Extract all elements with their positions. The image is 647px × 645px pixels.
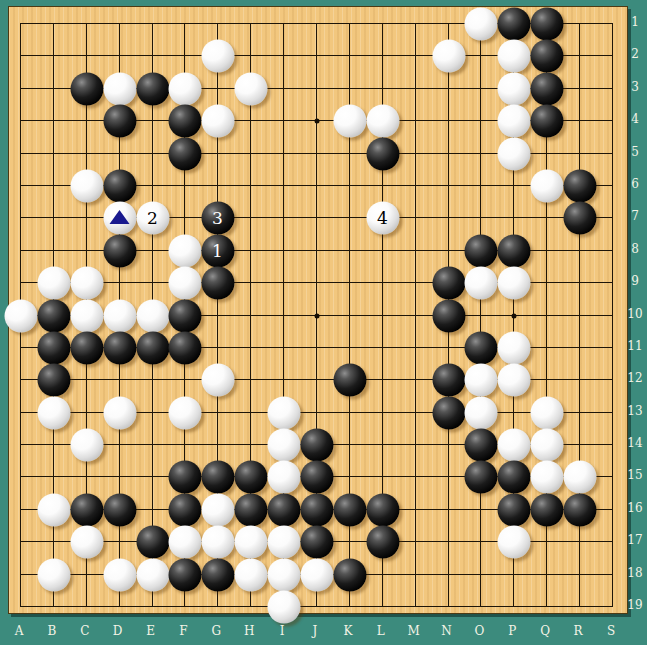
stone-black-E3[interactable]: ● — [136, 72, 169, 105]
stone-white-F17[interactable]: ○ — [168, 525, 201, 558]
white-stone-glyph: ○ — [201, 493, 234, 526]
stone-black-O8[interactable]: ● — [464, 234, 497, 267]
col-label-R: R — [574, 625, 583, 637]
black-stone-glyph: ● — [37, 363, 70, 396]
white-stone-glyph: ○ — [37, 266, 70, 299]
black-stone-glyph: ● — [497, 460, 530, 493]
stone-white-E10[interactable]: ○ — [136, 299, 169, 332]
black-stone-glyph: ● — [497, 493, 530, 526]
stone-white-H3[interactable]: ○ — [234, 72, 267, 105]
stone-black-E11[interactable]: ● — [136, 331, 169, 364]
move-number-4: 4 — [366, 201, 399, 234]
col-label-S: S — [607, 625, 615, 637]
row-label-13: 13 — [627, 405, 642, 417]
row-label-14: 14 — [627, 437, 642, 449]
col-label-Q: Q — [540, 625, 550, 637]
stone-black-R6[interactable]: ● — [563, 169, 596, 202]
black-stone-glyph: ● — [432, 266, 465, 299]
white-stone-glyph: ○ — [267, 428, 300, 461]
stone-black-D11[interactable]: ● — [103, 331, 136, 364]
row-label-15: 15 — [627, 469, 642, 481]
col-label-A: A — [15, 625, 24, 637]
white-stone-glyph: ○ — [201, 525, 234, 558]
stone-white-F8[interactable]: ○ — [168, 234, 201, 267]
stone-black-Q4[interactable]: ● — [530, 104, 563, 137]
row-label-3: 3 — [631, 81, 639, 93]
black-stone-glyph: ● — [70, 493, 103, 526]
stone-white-G16[interactable]: ○ — [201, 493, 234, 526]
stone-white-Q6[interactable]: ○ — [530, 169, 563, 202]
stone-white-O9[interactable]: ○ — [464, 266, 497, 299]
black-stone-glyph: ● — [201, 460, 234, 493]
black-stone-glyph: ● — [497, 234, 530, 267]
col-label-E: E — [146, 625, 155, 637]
white-stone-glyph: ○ — [37, 493, 70, 526]
stone-white-C14[interactable]: ○ — [70, 428, 103, 461]
black-stone-glyph: ● — [136, 72, 169, 105]
col-label-M: M — [408, 625, 420, 637]
grid-vline — [480, 23, 481, 607]
stone-black-Q16[interactable]: ● — [530, 493, 563, 526]
stone-black-K18[interactable]: ● — [333, 558, 366, 591]
white-stone-glyph: ○ — [168, 525, 201, 558]
stone-black-O15[interactable]: ● — [464, 460, 497, 493]
black-stone-glyph: ● — [530, 493, 563, 526]
black-stone-glyph: ● — [530, 39, 563, 72]
white-stone-glyph: ○ — [563, 460, 596, 493]
stone-white-H17[interactable]: ○ — [234, 525, 267, 558]
row-label-8: 8 — [631, 243, 639, 255]
move-number-3: 3 — [201, 201, 234, 234]
stone-black-L5[interactable]: ● — [366, 137, 399, 170]
stone-black-P16[interactable]: ● — [497, 493, 530, 526]
stone-white-P17[interactable]: ○ — [497, 525, 530, 558]
black-stone-glyph: ● — [563, 493, 596, 526]
stone-black-O11[interactable]: ● — [464, 331, 497, 364]
stone-white-L7[interactable]: ○4 — [366, 201, 399, 234]
stone-black-F15[interactable]: ● — [168, 460, 201, 493]
black-stone-glyph: ● — [333, 493, 366, 526]
black-stone-glyph: ● — [136, 525, 169, 558]
col-label-B: B — [47, 625, 56, 637]
white-stone-glyph: ○ — [168, 72, 201, 105]
stone-black-G15[interactable]: ● — [201, 460, 234, 493]
white-stone-glyph: ○ — [497, 428, 530, 461]
white-stone-glyph: ○ — [4, 299, 37, 332]
stone-white-G17[interactable]: ○ — [201, 525, 234, 558]
stone-black-Q3[interactable]: ● — [530, 72, 563, 105]
stone-white-I15[interactable]: ○ — [267, 460, 300, 493]
black-stone-glyph: ● — [168, 331, 201, 364]
white-stone-glyph: ○ — [201, 39, 234, 72]
stone-white-D10[interactable]: ○ — [103, 299, 136, 332]
black-stone-glyph: ● — [530, 104, 563, 137]
stone-black-K16[interactable]: ● — [333, 493, 366, 526]
stone-black-F4[interactable]: ● — [168, 104, 201, 137]
white-stone-glyph: ○ — [70, 266, 103, 299]
stone-black-Q2[interactable]: ● — [530, 39, 563, 72]
black-stone-glyph: ● — [563, 201, 596, 234]
star-point-J10 — [314, 313, 319, 318]
stone-white-C9[interactable]: ○ — [70, 266, 103, 299]
black-stone-glyph: ● — [366, 137, 399, 170]
row-label-11: 11 — [627, 340, 642, 352]
stone-white-P9[interactable]: ○ — [497, 266, 530, 299]
white-stone-glyph: ○ — [464, 363, 497, 396]
black-stone-glyph: ● — [563, 169, 596, 202]
white-stone-glyph: ○ — [201, 104, 234, 137]
stone-black-N9[interactable]: ● — [432, 266, 465, 299]
stone-black-G7[interactable]: ●3 — [201, 201, 234, 234]
stone-white-O1[interactable]: ○ — [464, 7, 497, 40]
white-stone-glyph: ○ — [234, 525, 267, 558]
white-stone-glyph: ○ — [37, 558, 70, 591]
stone-white-B13[interactable]: ○ — [37, 396, 70, 429]
white-stone-glyph: ○ — [234, 558, 267, 591]
stone-black-G9[interactable]: ● — [201, 266, 234, 299]
black-stone-glyph: ● — [201, 558, 234, 591]
stone-black-N12[interactable]: ● — [432, 363, 465, 396]
black-stone-glyph: ● — [234, 493, 267, 526]
white-stone-glyph: ○ — [432, 39, 465, 72]
stone-black-B12[interactable]: ● — [37, 363, 70, 396]
white-stone-glyph: ○ — [530, 460, 563, 493]
stone-black-B10[interactable]: ● — [37, 299, 70, 332]
stone-white-I13[interactable]: ○ — [267, 396, 300, 429]
row-label-1: 1 — [631, 16, 639, 28]
stone-black-N13[interactable]: ● — [432, 396, 465, 429]
white-stone-glyph: ○ — [168, 396, 201, 429]
stone-black-L16[interactable]: ● — [366, 493, 399, 526]
row-label-7: 7 — [631, 210, 639, 222]
move-number-1: 1 — [201, 234, 234, 267]
col-label-I: I — [280, 625, 285, 637]
black-stone-glyph: ● — [333, 363, 366, 396]
black-stone-glyph: ● — [103, 234, 136, 267]
stone-black-D6[interactable]: ● — [103, 169, 136, 202]
stone-white-N2[interactable]: ○ — [432, 39, 465, 72]
row-label-2: 2 — [631, 48, 639, 60]
stone-black-H15[interactable]: ● — [234, 460, 267, 493]
stone-black-D16[interactable]: ● — [103, 493, 136, 526]
col-label-D: D — [113, 625, 123, 637]
stone-black-Q1[interactable]: ● — [530, 7, 563, 40]
col-label-G: G — [212, 625, 222, 637]
white-stone-glyph: ○ — [70, 428, 103, 461]
white-stone-glyph: ○ — [234, 72, 267, 105]
white-stone-glyph: ○ — [464, 7, 497, 40]
black-stone-glyph: ● — [464, 460, 497, 493]
black-stone-glyph: ● — [300, 460, 333, 493]
row-label-12: 12 — [627, 372, 642, 384]
stone-black-F11[interactable]: ● — [168, 331, 201, 364]
stone-white-O13[interactable]: ○ — [464, 396, 497, 429]
stone-white-D3[interactable]: ○ — [103, 72, 136, 105]
stone-white-B9[interactable]: ○ — [37, 266, 70, 299]
row-label-10: 10 — [627, 308, 642, 320]
white-stone-glyph: ○ — [267, 590, 300, 623]
black-stone-glyph: ● — [168, 558, 201, 591]
black-stone-glyph: ● — [168, 104, 201, 137]
col-label-P: P — [508, 625, 516, 637]
stone-black-P15[interactable]: ● — [497, 460, 530, 493]
stone-white-P12[interactable]: ○ — [497, 363, 530, 396]
stone-white-C10[interactable]: ○ — [70, 299, 103, 332]
grid-hline — [20, 606, 613, 607]
row-label-17: 17 — [627, 534, 642, 546]
white-stone-glyph: ○ — [201, 363, 234, 396]
white-stone-glyph: ○ — [333, 104, 366, 137]
row-label-5: 5 — [631, 146, 639, 158]
stone-white-P3[interactable]: ○ — [497, 72, 530, 105]
stone-black-P8[interactable]: ● — [497, 234, 530, 267]
stone-black-R16[interactable]: ● — [563, 493, 596, 526]
black-stone-glyph: ● — [300, 525, 333, 558]
white-stone-glyph: ○ — [497, 331, 530, 364]
grid-vline — [415, 23, 416, 607]
white-stone-glyph: ○ — [497, 525, 530, 558]
stone-white-B16[interactable]: ○ — [37, 493, 70, 526]
white-stone-glyph: ○ — [530, 169, 563, 202]
stone-white-H18[interactable]: ○ — [234, 558, 267, 591]
black-stone-glyph: ● — [168, 299, 201, 332]
black-stone-glyph: ● — [530, 72, 563, 105]
col-label-O: O — [475, 625, 485, 637]
stone-white-P14[interactable]: ○ — [497, 428, 530, 461]
black-stone-glyph: ● — [136, 331, 169, 364]
white-stone-glyph: ○ — [497, 104, 530, 137]
stone-white-P4[interactable]: ○ — [497, 104, 530, 137]
white-stone-glyph: ○ — [464, 266, 497, 299]
stone-black-F5[interactable]: ● — [168, 137, 201, 170]
row-label-19: 19 — [627, 599, 642, 611]
stone-white-F3[interactable]: ○ — [168, 72, 201, 105]
stone-black-O14[interactable]: ● — [464, 428, 497, 461]
black-stone-glyph: ● — [103, 169, 136, 202]
stone-black-L17[interactable]: ● — [366, 525, 399, 558]
black-stone-glyph: ● — [201, 266, 234, 299]
col-label-H: H — [244, 625, 254, 637]
stone-white-C6[interactable]: ○ — [70, 169, 103, 202]
stone-black-J14[interactable]: ● — [300, 428, 333, 461]
black-stone-glyph: ● — [300, 428, 333, 461]
stone-white-I14[interactable]: ○ — [267, 428, 300, 461]
stone-white-C17[interactable]: ○ — [70, 525, 103, 558]
stone-white-G12[interactable]: ○ — [201, 363, 234, 396]
black-stone-glyph: ● — [432, 299, 465, 332]
grid-vline — [612, 23, 613, 607]
stone-white-P5[interactable]: ○ — [497, 137, 530, 170]
black-stone-glyph: ● — [168, 137, 201, 170]
white-stone-glyph: ○ — [136, 558, 169, 591]
stone-black-C3[interactable]: ● — [70, 72, 103, 105]
white-stone-glyph: ○ — [103, 396, 136, 429]
black-stone-glyph: ● — [432, 363, 465, 396]
black-stone-glyph: ● — [366, 525, 399, 558]
black-stone-glyph: ● — [70, 72, 103, 105]
stone-white-A10[interactable]: ○ — [4, 299, 37, 332]
black-stone-glyph: ● — [432, 396, 465, 429]
black-stone-glyph: ● — [464, 331, 497, 364]
white-stone-glyph: ○ — [497, 266, 530, 299]
col-label-C: C — [80, 625, 89, 637]
black-stone-glyph: ● — [366, 493, 399, 526]
star-point-J4 — [314, 118, 319, 123]
stone-white-I19[interactable]: ○ — [267, 590, 300, 623]
white-stone-glyph: ○ — [366, 104, 399, 137]
black-stone-glyph: ● — [497, 7, 530, 40]
stone-white-L4[interactable]: ○ — [366, 104, 399, 137]
stone-white-D13[interactable]: ○ — [103, 396, 136, 429]
stone-black-I16[interactable]: ● — [267, 493, 300, 526]
stone-white-J18[interactable]: ○ — [300, 558, 333, 591]
stone-black-R7[interactable]: ● — [563, 201, 596, 234]
go-diagram-page: ○●●○○○●●○●○○○●●●○○○○●●●○○●○●○○2●3○4●●○●1… — [0, 0, 647, 645]
black-stone-glyph: ● — [37, 299, 70, 332]
stone-white-R15[interactable]: ○ — [563, 460, 596, 493]
stone-white-O12[interactable]: ○ — [464, 363, 497, 396]
stone-white-F13[interactable]: ○ — [168, 396, 201, 429]
white-stone-glyph: ○ — [497, 363, 530, 396]
black-stone-glyph: ● — [168, 493, 201, 526]
move-number-2: 2 — [136, 201, 169, 234]
white-stone-glyph: ○ — [70, 169, 103, 202]
stone-white-Q14[interactable]: ○ — [530, 428, 563, 461]
white-stone-glyph: ○ — [37, 396, 70, 429]
stone-black-C11[interactable]: ● — [70, 331, 103, 364]
black-stone-glyph: ● — [70, 331, 103, 364]
white-stone-glyph: ○ — [464, 396, 497, 429]
stone-black-J17[interactable]: ● — [300, 525, 333, 558]
stone-white-E7[interactable]: ○2 — [136, 201, 169, 234]
col-label-K: K — [343, 625, 352, 637]
stone-white-I17[interactable]: ○ — [267, 525, 300, 558]
stone-black-B11[interactable]: ● — [37, 331, 70, 364]
stone-black-D8[interactable]: ● — [103, 234, 136, 267]
white-stone-glyph: ○ — [103, 72, 136, 105]
black-stone-glyph: ● — [234, 460, 267, 493]
col-label-J: J — [313, 625, 318, 637]
stone-black-K12[interactable]: ● — [333, 363, 366, 396]
stone-black-G8[interactable]: ●1 — [201, 234, 234, 267]
stone-white-G4[interactable]: ○ — [201, 104, 234, 137]
stone-black-J16[interactable]: ● — [300, 493, 333, 526]
black-stone-glyph: ● — [267, 493, 300, 526]
stone-white-F9[interactable]: ○ — [168, 266, 201, 299]
white-stone-glyph: ○ — [267, 558, 300, 591]
stone-black-E17[interactable]: ● — [136, 525, 169, 558]
col-label-F: F — [179, 625, 187, 637]
row-label-6: 6 — [631, 178, 639, 190]
col-label-L: L — [377, 625, 385, 637]
stone-black-D4[interactable]: ● — [103, 104, 136, 137]
stone-black-F16[interactable]: ● — [168, 493, 201, 526]
white-stone-glyph: ○ — [70, 299, 103, 332]
white-stone-glyph: ○ — [70, 525, 103, 558]
black-stone-glyph: ● — [464, 234, 497, 267]
white-stone-glyph: ○ — [168, 266, 201, 299]
stone-white-D7[interactable]: ○ — [103, 201, 136, 234]
black-stone-glyph: ● — [103, 493, 136, 526]
row-label-9: 9 — [631, 275, 639, 287]
stone-black-N10[interactable]: ● — [432, 299, 465, 332]
white-stone-glyph: ○ — [300, 558, 333, 591]
star-point-P10 — [511, 313, 516, 318]
white-stone-glyph: ○ — [267, 460, 300, 493]
stone-black-F10[interactable]: ● — [168, 299, 201, 332]
row-label-18: 18 — [627, 567, 642, 579]
black-stone-glyph: ● — [37, 331, 70, 364]
white-stone-glyph: ○ — [267, 525, 300, 558]
row-label-4: 4 — [631, 113, 639, 125]
col-label-N: N — [441, 625, 452, 637]
black-stone-glyph: ● — [168, 460, 201, 493]
stone-black-F18[interactable]: ● — [168, 558, 201, 591]
triangle-marker-icon — [110, 210, 130, 224]
stone-white-Q15[interactable]: ○ — [530, 460, 563, 493]
stone-white-D18[interactable]: ○ — [103, 558, 136, 591]
black-stone-glyph: ● — [103, 104, 136, 137]
white-stone-glyph: ○ — [136, 299, 169, 332]
black-stone-glyph: ● — [530, 7, 563, 40]
black-stone-glyph: ● — [300, 493, 333, 526]
white-stone-glyph: ○ — [103, 299, 136, 332]
stone-white-G2[interactable]: ○ — [201, 39, 234, 72]
white-stone-glyph: ○ — [530, 396, 563, 429]
white-stone-glyph: ○ — [103, 558, 136, 591]
stone-white-P11[interactable]: ○ — [497, 331, 530, 364]
white-stone-glyph: ○ — [497, 39, 530, 72]
white-stone-glyph: ○ — [530, 428, 563, 461]
white-stone-glyph: ○ — [497, 137, 530, 170]
row-label-16: 16 — [627, 502, 642, 514]
stone-white-E18[interactable]: ○ — [136, 558, 169, 591]
stone-white-I18[interactable]: ○ — [267, 558, 300, 591]
black-stone-glyph: ● — [464, 428, 497, 461]
white-stone-glyph: ○ — [267, 396, 300, 429]
black-stone-glyph: ● — [333, 558, 366, 591]
stone-white-Q13[interactable]: ○ — [530, 396, 563, 429]
white-stone-glyph: ○ — [497, 72, 530, 105]
stone-white-P2[interactable]: ○ — [497, 39, 530, 72]
stone-black-J15[interactable]: ● — [300, 460, 333, 493]
stone-black-H16[interactable]: ● — [234, 493, 267, 526]
stone-black-P1[interactable]: ● — [497, 7, 530, 40]
white-stone-glyph: ○ — [168, 234, 201, 267]
stone-black-C16[interactable]: ● — [70, 493, 103, 526]
stone-black-G18[interactable]: ● — [201, 558, 234, 591]
stone-white-K4[interactable]: ○ — [333, 104, 366, 137]
go-board[interactable]: ○●●○○○●●○●○○○●●●○○○○●●●○○●○●○○2●3○4●●○●1… — [8, 6, 628, 614]
black-stone-glyph: ● — [103, 331, 136, 364]
stone-white-B18[interactable]: ○ — [37, 558, 70, 591]
